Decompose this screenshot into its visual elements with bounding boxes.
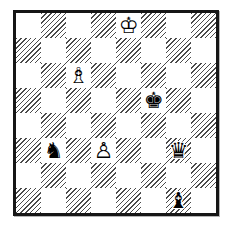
square-c7 <box>66 38 91 63</box>
square-f3 <box>141 138 166 163</box>
square-c1 <box>66 188 91 213</box>
square-f6 <box>141 63 166 88</box>
black-knight: ♞ <box>44 138 64 163</box>
square-f2 <box>141 163 166 188</box>
black-bishop: ♝ <box>169 188 189 213</box>
square-c8 <box>66 13 91 38</box>
square-a2 <box>16 163 41 188</box>
square-c3 <box>66 138 91 163</box>
square-a8 <box>16 13 41 38</box>
square-a4 <box>16 113 41 138</box>
square-e2 <box>116 163 141 188</box>
square-e8: ♔ <box>116 13 141 38</box>
square-h5 <box>191 88 216 113</box>
square-a6 <box>16 63 41 88</box>
square-c6: ♗ <box>66 63 91 88</box>
square-d3: ♙ <box>91 138 116 163</box>
square-e3 <box>116 138 141 163</box>
square-h6 <box>191 63 216 88</box>
white-bishop: ♗ <box>69 63 89 88</box>
square-b8 <box>41 13 66 38</box>
black-king: ♚ <box>144 88 164 113</box>
square-a7 <box>16 38 41 63</box>
square-a3 <box>16 138 41 163</box>
square-g3: ♛ <box>166 138 191 163</box>
square-g2 <box>166 163 191 188</box>
square-c2 <box>66 163 91 188</box>
square-d5 <box>91 88 116 113</box>
square-b4 <box>41 113 66 138</box>
square-f4 <box>141 113 166 138</box>
diagram-canvas: ♔♗♚♞♙♛♝ <box>0 0 231 226</box>
square-h4 <box>191 113 216 138</box>
square-d6 <box>91 63 116 88</box>
square-d7 <box>91 38 116 63</box>
square-e5 <box>116 88 141 113</box>
square-h2 <box>191 163 216 188</box>
chess-board: ♔♗♚♞♙♛♝ <box>13 10 219 216</box>
square-h8 <box>191 13 216 38</box>
square-d8 <box>91 13 116 38</box>
square-g8 <box>166 13 191 38</box>
square-d4 <box>91 113 116 138</box>
square-a1 <box>16 188 41 213</box>
square-c5 <box>66 88 91 113</box>
square-e4 <box>116 113 141 138</box>
square-e7 <box>116 38 141 63</box>
square-b7 <box>41 38 66 63</box>
square-h7 <box>191 38 216 63</box>
square-g5 <box>166 88 191 113</box>
white-pawn: ♙ <box>94 138 114 163</box>
square-b2 <box>41 163 66 188</box>
black-queen: ♛ <box>169 138 189 163</box>
square-h3 <box>191 138 216 163</box>
square-b6 <box>41 63 66 88</box>
square-d2 <box>91 163 116 188</box>
square-h1 <box>191 188 216 213</box>
square-g4 <box>166 113 191 138</box>
square-g7 <box>166 38 191 63</box>
square-b5 <box>41 88 66 113</box>
square-g6 <box>166 63 191 88</box>
white-king: ♔ <box>119 13 139 38</box>
square-b3: ♞ <box>41 138 66 163</box>
square-c4 <box>66 113 91 138</box>
square-f8 <box>141 13 166 38</box>
square-g1: ♝ <box>166 188 191 213</box>
square-f5: ♚ <box>141 88 166 113</box>
square-a5 <box>16 88 41 113</box>
square-d1 <box>91 188 116 213</box>
square-f1 <box>141 188 166 213</box>
square-b1 <box>41 188 66 213</box>
square-f7 <box>141 38 166 63</box>
square-e6 <box>116 63 141 88</box>
square-e1 <box>116 188 141 213</box>
